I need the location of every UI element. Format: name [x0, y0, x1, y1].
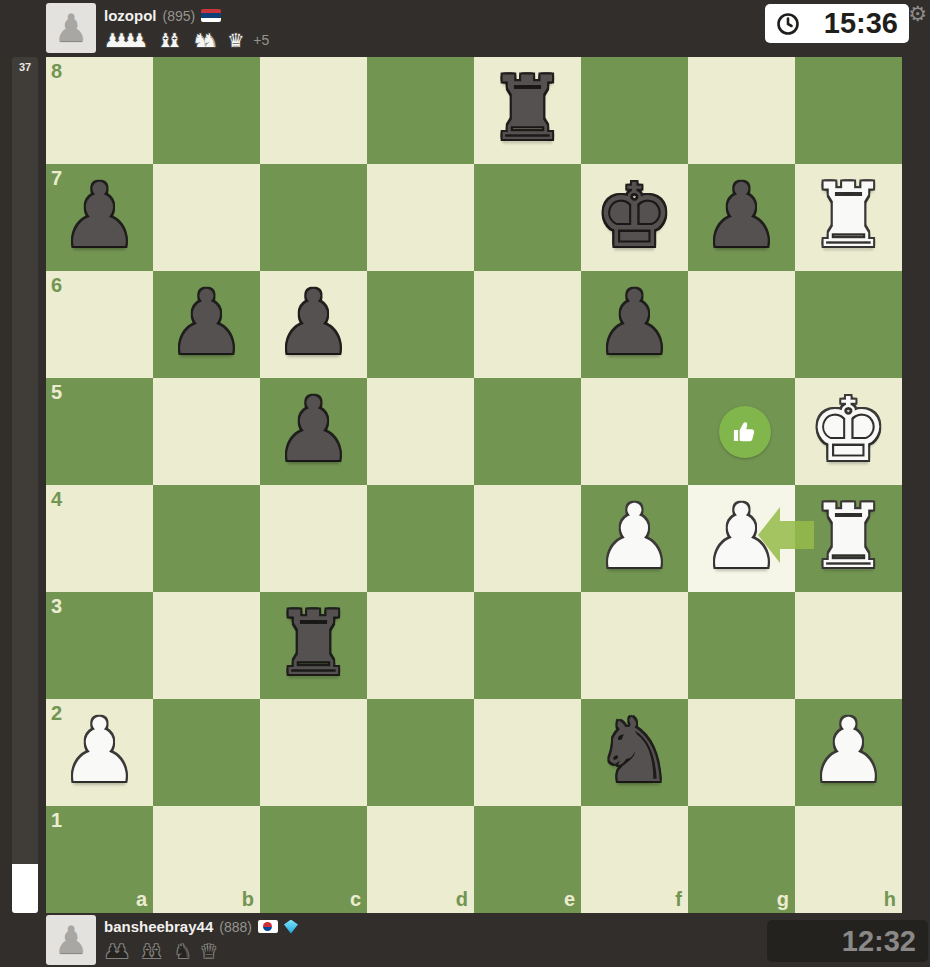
pawn-avatar-icon: ♟	[54, 3, 88, 53]
square-b7[interactable]	[153, 164, 260, 271]
file-label: h	[884, 888, 896, 911]
bottom-clock-time: 12:32	[842, 925, 916, 958]
bottom-captured-pieces: ♟♟♝♝♞♛	[104, 940, 298, 962]
captured-queens: ♛	[227, 29, 244, 51]
square-c5[interactable]: ♟	[260, 378, 367, 485]
square-g8[interactable]	[688, 57, 795, 164]
rank-label: 1	[51, 809, 62, 832]
rank-label: 3	[51, 595, 62, 618]
black-king[interactable]: ♚	[581, 164, 688, 271]
top-clock-time: 15:36	[824, 7, 898, 40]
file-label: g	[777, 888, 789, 911]
square-d5[interactable]	[367, 378, 474, 485]
file-label: a	[136, 888, 147, 911]
square-c2[interactable]	[260, 699, 367, 806]
rank-label: 5	[51, 381, 62, 404]
black-knight[interactable]: ♞	[581, 699, 688, 806]
rank-label: 6	[51, 274, 62, 297]
thumbs-up-icon	[731, 418, 759, 446]
square-h3[interactable]	[795, 592, 902, 699]
clock-icon	[776, 12, 800, 36]
top-player-rating: (895)	[163, 8, 196, 24]
settings-gear-icon[interactable]: ⚙	[908, 2, 927, 26]
square-d4[interactable]	[367, 485, 474, 592]
eval-score: 37	[12, 61, 38, 73]
square-f2[interactable]: ♞	[581, 699, 688, 806]
file-label: f	[675, 888, 682, 911]
square-h8[interactable]	[795, 57, 902, 164]
square-h5[interactable]: ♚	[795, 378, 902, 485]
white-pawn[interactable]: ♟	[581, 485, 688, 592]
square-d6[interactable]	[367, 271, 474, 378]
captured-queens: ♛	[200, 940, 217, 962]
square-b5[interactable]	[153, 378, 260, 485]
square-b6[interactable]: ♟	[153, 271, 260, 378]
square-b3[interactable]	[153, 592, 260, 699]
square-a6[interactable]: 6	[46, 271, 153, 378]
file-label: b	[242, 888, 254, 911]
black-pawn[interactable]: ♟	[260, 378, 367, 485]
square-e6[interactable]	[474, 271, 581, 378]
square-d7[interactable]	[367, 164, 474, 271]
square-d3[interactable]	[367, 592, 474, 699]
square-a2[interactable]: 2♟	[46, 699, 153, 806]
top-player-info: lozopol (895) ♟♟♟♟♝♝♞♞♛+5	[104, 6, 269, 51]
white-pawn[interactable]: ♟	[688, 485, 795, 592]
square-e1[interactable]: e	[474, 806, 581, 913]
square-a5[interactable]: 5	[46, 378, 153, 485]
square-c3[interactable]: ♜	[260, 592, 367, 699]
file-label: c	[350, 888, 361, 911]
square-e7[interactable]	[474, 164, 581, 271]
square-f8[interactable]	[581, 57, 688, 164]
serbia-flag-icon	[201, 9, 221, 22]
square-c4[interactable]	[260, 485, 367, 592]
square-a7[interactable]: 7♟	[46, 164, 153, 271]
captured-bishops: ♝♝	[157, 29, 183, 51]
square-a4[interactable]: 4	[46, 485, 153, 592]
chess-board[interactable]: 8♜7♟♚♟♜6♟♟♟5♟♚4♟♟♜3♜2♟♞♟1abcdefgh	[46, 57, 902, 913]
square-f4[interactable]: ♟	[581, 485, 688, 592]
black-pawn[interactable]: ♟	[46, 164, 153, 271]
square-g3[interactable]	[688, 592, 795, 699]
file-label: d	[456, 888, 468, 911]
top-player-name[interactable]: lozopol	[104, 7, 157, 24]
square-h6[interactable]	[795, 271, 902, 378]
bottom-player-rating: (888)	[219, 919, 252, 935]
square-b2[interactable]	[153, 699, 260, 806]
square-f7[interactable]: ♚	[581, 164, 688, 271]
square-b8[interactable]	[153, 57, 260, 164]
captured-bishops: ♝♝	[139, 940, 165, 962]
black-pawn[interactable]: ♟	[260, 271, 367, 378]
square-e2[interactable]	[474, 699, 581, 806]
square-h7[interactable]: ♜	[795, 164, 902, 271]
eval-bar: 37	[12, 57, 38, 913]
top-player-avatar[interactable]: ♟	[46, 3, 96, 53]
top-captured-pieces: ♟♟♟♟♝♝♞♞♛+5	[104, 29, 269, 51]
black-pawn[interactable]: ♟	[153, 271, 260, 378]
square-a8[interactable]: 8	[46, 57, 153, 164]
good-move-badge	[719, 406, 771, 458]
top-player-clock: 15:36	[765, 4, 909, 43]
square-d2[interactable]	[367, 699, 474, 806]
square-e4[interactable]	[474, 485, 581, 592]
square-a1[interactable]: 1a	[46, 806, 153, 913]
square-h4[interactable]: ♜	[795, 485, 902, 592]
captured-pawns: ♟♟	[104, 940, 130, 962]
black-pawn[interactable]: ♟	[581, 271, 688, 378]
square-a3[interactable]: 3	[46, 592, 153, 699]
bottom-player-clock: 12:32	[767, 920, 928, 962]
white-pawn[interactable]: ♟	[46, 699, 153, 806]
square-d1[interactable]: d	[367, 806, 474, 913]
square-g2[interactable]	[688, 699, 795, 806]
square-g7[interactable]: ♟	[688, 164, 795, 271]
captured-knights: ♞	[174, 940, 191, 962]
bottom-player-info: bansheebray44 (888) ♟♟♝♝♞♛	[104, 917, 298, 962]
white-rook[interactable]: ♜	[795, 485, 902, 592]
square-f1[interactable]: f	[581, 806, 688, 913]
square-e3[interactable]	[474, 592, 581, 699]
captured-knights: ♞♞	[192, 29, 218, 51]
file-label: e	[564, 888, 575, 911]
bottom-player-avatar[interactable]: ♟	[46, 915, 96, 965]
square-d8[interactable]	[367, 57, 474, 164]
rank-label: 8	[51, 60, 62, 83]
square-b1[interactable]: b	[153, 806, 260, 913]
square-b4[interactable]	[153, 485, 260, 592]
white-pawn[interactable]: ♟	[795, 699, 902, 806]
square-g1[interactable]: g	[688, 806, 795, 913]
material-advantage: +5	[253, 32, 269, 48]
square-f5[interactable]	[581, 378, 688, 485]
black-pawn[interactable]: ♟	[688, 164, 795, 271]
square-h2[interactable]: ♟	[795, 699, 902, 806]
black-rook[interactable]: ♜	[260, 592, 367, 699]
square-g6[interactable]	[688, 271, 795, 378]
square-c6[interactable]: ♟	[260, 271, 367, 378]
square-c8[interactable]	[260, 57, 367, 164]
premium-diamond-icon[interactable]	[284, 920, 298, 934]
square-g4[interactable]: ♟	[688, 485, 795, 592]
eval-bar-white	[12, 864, 38, 913]
square-f6[interactable]: ♟	[581, 271, 688, 378]
square-e5[interactable]	[474, 378, 581, 485]
pawn-avatar-icon: ♟	[54, 915, 88, 965]
black-rook[interactable]: ♜	[474, 57, 581, 164]
white-rook[interactable]: ♜	[795, 164, 902, 271]
square-f3[interactable]	[581, 592, 688, 699]
captured-pawns: ♟♟♟♟	[104, 29, 148, 51]
square-h1[interactable]: h	[795, 806, 902, 913]
rank-label: 4	[51, 488, 62, 511]
white-king[interactable]: ♚	[795, 378, 902, 485]
south-korea-flag-icon	[258, 920, 278, 933]
square-c1[interactable]: c	[260, 806, 367, 913]
square-c7[interactable]	[260, 164, 367, 271]
square-e8[interactable]: ♜	[474, 57, 581, 164]
bottom-player-name[interactable]: bansheebray44	[104, 918, 213, 935]
